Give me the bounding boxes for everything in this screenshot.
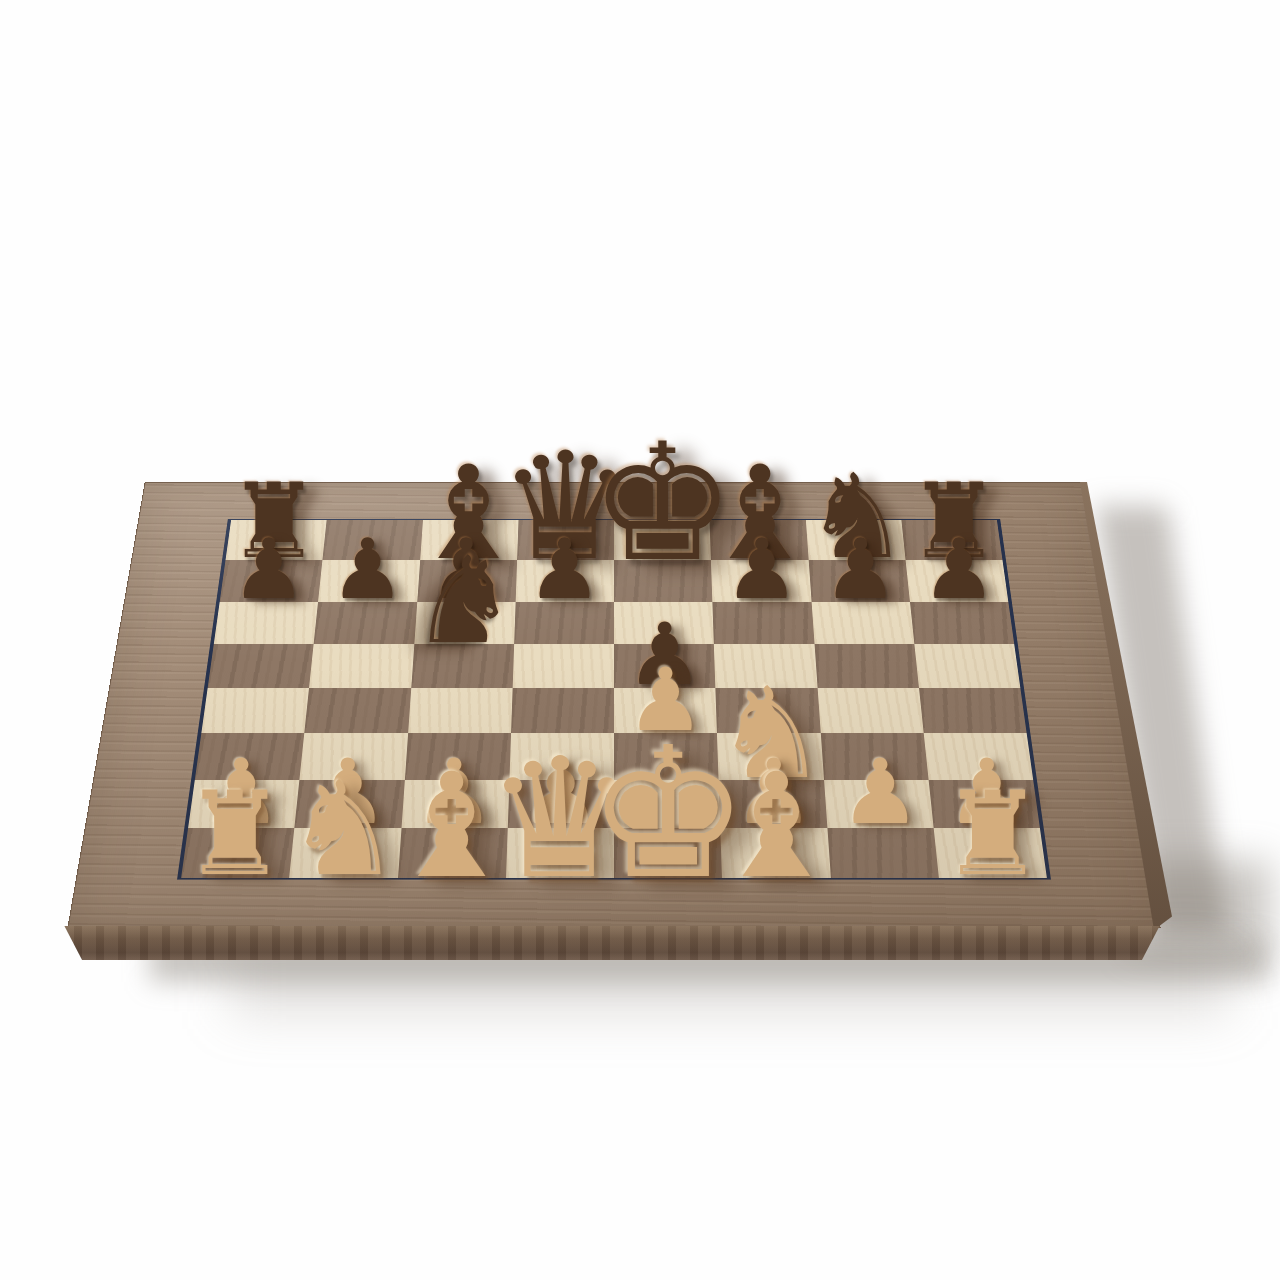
square-e7 — [614, 560, 713, 601]
square-e8 — [614, 520, 711, 560]
square-b7 — [318, 560, 419, 601]
square-h3 — [923, 733, 1033, 780]
board-frame — [67, 482, 1160, 927]
square-h1 — [933, 828, 1046, 878]
square-g3 — [820, 733, 928, 780]
square-h6 — [910, 602, 1015, 645]
square-f6 — [713, 602, 815, 645]
square-a3 — [195, 733, 305, 780]
square-f5 — [714, 644, 817, 688]
square-c6 — [414, 602, 516, 645]
square-e1 — [614, 828, 722, 878]
square-c7 — [417, 560, 517, 601]
square-c1 — [398, 828, 508, 878]
square-a6 — [214, 602, 319, 645]
square-c3 — [404, 733, 510, 780]
square-b2 — [295, 780, 405, 828]
square-a1 — [181, 828, 294, 878]
square-a2 — [188, 780, 300, 828]
square-e4 — [614, 688, 717, 733]
square-g6 — [811, 602, 914, 645]
square-f4 — [716, 688, 821, 733]
square-f2 — [719, 780, 827, 828]
square-d1 — [506, 828, 614, 878]
square-e3 — [614, 733, 719, 780]
square-d5 — [512, 644, 614, 688]
square-d8 — [517, 520, 614, 560]
product-photo: ♜♝♛♚♝♞♜♟♟♟♟♟♟♟♞♟♟♞♟♟♟♟♟♟♟♜♞♝♛♚♝♜ — [0, 0, 1280, 1280]
square-h5 — [914, 644, 1020, 688]
square-e2 — [614, 780, 720, 828]
square-b4 — [305, 688, 411, 733]
square-f1 — [720, 828, 830, 878]
board-front-edge-face — [60, 926, 1164, 960]
square-g1 — [827, 828, 939, 878]
square-a8 — [225, 520, 326, 560]
square-g4 — [817, 688, 923, 733]
square-b1 — [289, 828, 401, 878]
square-c5 — [411, 644, 514, 688]
square-g2 — [824, 780, 934, 828]
square-b8 — [323, 520, 423, 560]
square-h4 — [919, 688, 1027, 733]
square-d2 — [508, 780, 614, 828]
square-b5 — [309, 644, 414, 688]
square-g8 — [805, 520, 905, 560]
board-play-area — [181, 520, 1047, 878]
square-g5 — [814, 644, 919, 688]
square-a5 — [208, 644, 314, 688]
chessboard — [67, 482, 1160, 927]
square-f8 — [710, 520, 809, 560]
square-f7 — [711, 560, 811, 601]
square-a7 — [220, 560, 323, 601]
square-d7 — [515, 560, 614, 601]
square-b6 — [314, 602, 417, 645]
square-e6 — [614, 602, 714, 645]
square-h2 — [928, 780, 1040, 828]
square-b3 — [300, 733, 408, 780]
square-d3 — [509, 733, 614, 780]
square-g7 — [808, 560, 909, 601]
square-h8 — [901, 520, 1002, 560]
square-c2 — [401, 780, 509, 828]
square-d6 — [514, 602, 614, 645]
square-f3 — [717, 733, 823, 780]
square-c8 — [420, 520, 519, 560]
square-e5 — [614, 644, 716, 688]
square-a4 — [201, 688, 309, 733]
square-h7 — [905, 560, 1008, 601]
square-c4 — [408, 688, 513, 733]
square-d4 — [511, 688, 614, 733]
